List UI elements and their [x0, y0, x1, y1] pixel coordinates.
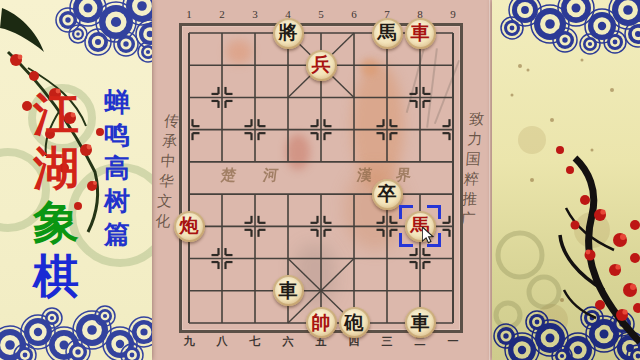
char: 粹	[463, 172, 480, 192]
file-label-top: 6	[344, 8, 364, 20]
piece-red-horse[interactable]: 馬	[405, 211, 436, 242]
file-label-bottom: 八	[212, 334, 232, 349]
file-label-bottom: 九	[179, 334, 199, 349]
char: 国	[465, 152, 482, 172]
piece-black-horse[interactable]: 馬	[372, 18, 403, 49]
char: 致	[468, 112, 485, 132]
char: 河	[262, 168, 279, 183]
ornament-coins-top-right	[501, 0, 640, 54]
panel-title: 江湖象棋	[26, 92, 86, 308]
char: 化	[154, 214, 171, 234]
char: 篇	[104, 222, 130, 255]
file-label-bottom: 六	[278, 334, 298, 349]
title-char: 湖	[33, 146, 79, 200]
char: 中	[160, 154, 177, 174]
left-panel: 江湖象棋 蝉鸣高树篇	[0, 0, 152, 360]
right-panel: 梅花香自苦寒来 象棋极品残局	[492, 0, 640, 360]
piece-black-cannon[interactable]: 砲	[339, 307, 370, 338]
char: 传	[163, 114, 180, 134]
char: 树	[104, 189, 130, 222]
char: 界	[395, 168, 412, 183]
char: 推	[461, 192, 478, 212]
panel-subtitle: 蝉鸣高树篇	[100, 90, 134, 255]
file-label-bottom: 一	[443, 334, 463, 349]
piece-black-chariot[interactable]: 車	[405, 307, 436, 338]
file-label-bottom: 三	[377, 334, 397, 349]
piece-red-chariot[interactable]: 車	[405, 18, 436, 49]
piece-red-pawn[interactable]: 兵	[306, 50, 337, 81]
piece-black-pawn[interactable]: 卒	[372, 179, 403, 210]
file-label-top: 1	[179, 8, 199, 20]
panel-edge-highlight	[489, 0, 490, 360]
ornament-coins-top-left	[56, 0, 152, 62]
piece-black-general[interactable]: 將	[273, 18, 304, 49]
file-label-top: 9	[443, 8, 463, 20]
piece-red-general[interactable]: 帥	[306, 307, 337, 338]
char: 漢	[356, 168, 373, 183]
char: 力	[466, 132, 483, 152]
right-panel-ornaments	[492, 0, 640, 360]
char: 鸣	[104, 123, 130, 156]
piece-red-cannon[interactable]: 炮	[174, 211, 205, 242]
file-label-top: 3	[245, 8, 265, 20]
char: 文	[156, 194, 173, 214]
app-window: 江湖象棋 蝉鸣高树篇	[0, 0, 640, 360]
ornament-coins-bottom-left	[0, 306, 152, 360]
char: 楚	[220, 168, 237, 183]
char: 华	[158, 174, 175, 194]
title-char: 象	[33, 200, 79, 254]
file-label-bottom: 七	[245, 334, 265, 349]
file-label-top: 5	[311, 8, 331, 20]
river-label-left: 楚河	[220, 168, 279, 183]
piece-black-chariot[interactable]: 車	[273, 275, 304, 306]
char: 高	[104, 156, 130, 189]
char: 承	[161, 134, 178, 154]
title-char: 棋	[33, 254, 79, 308]
title-char: 江	[33, 92, 79, 146]
char: 蝉	[104, 90, 130, 123]
file-label-top: 2	[212, 8, 232, 20]
